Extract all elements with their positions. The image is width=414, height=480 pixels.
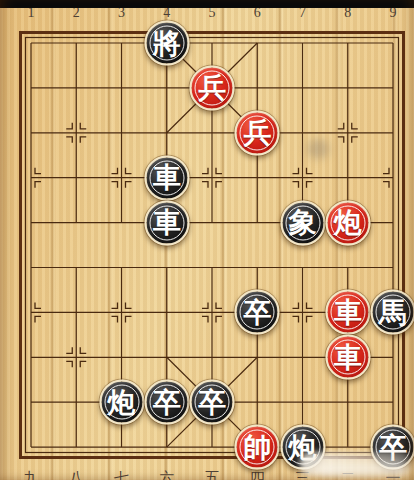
top-letterbox-bar: [0, 0, 414, 8]
file-label-bottom-4: 六: [159, 469, 174, 480]
piece-glyph: 車: [153, 209, 181, 237]
piece-black-soldier[interactable]: 卒: [190, 380, 235, 425]
piece-glyph: 車: [153, 164, 181, 192]
file-label-bottom-8: 二: [340, 469, 355, 480]
piece-red-chariot[interactable]: 車: [325, 335, 370, 380]
piece-glyph: 象: [289, 209, 317, 237]
piece-black-chariot[interactable]: 車: [144, 200, 189, 245]
file-label-bottom-9: 一: [386, 469, 401, 480]
piece-red-chariot[interactable]: 車: [325, 290, 370, 335]
piece-glyph: 兵: [243, 119, 271, 147]
piece-black-horse[interactable]: 馬: [371, 290, 414, 335]
file-label-bottom-3: 七: [114, 469, 129, 480]
piece-black-soldier[interactable]: 卒: [371, 425, 414, 470]
piece-glyph: 炮: [334, 209, 362, 237]
piece-glyph: 卒: [243, 298, 271, 326]
file-label-bottom-6: 四: [250, 469, 265, 480]
piece-glyph: 帥: [243, 433, 271, 461]
piece-black-cannon[interactable]: 炮: [280, 425, 325, 470]
piece-glyph: 炮: [108, 388, 136, 416]
piece-black-general[interactable]: 將: [144, 21, 189, 66]
piece-red-general[interactable]: 帥: [235, 425, 280, 470]
piece-red-soldier[interactable]: 兵: [190, 65, 235, 110]
piece-black-elephant[interactable]: 象: [280, 200, 325, 245]
file-label-bottom-1: 九: [24, 469, 39, 480]
piece-glyph: 將: [153, 29, 181, 57]
piece-black-chariot[interactable]: 車: [144, 155, 189, 200]
piece-black-cannon[interactable]: 炮: [99, 380, 144, 425]
piece-glyph: 卒: [153, 388, 181, 416]
file-label-bottom-7: 三: [295, 469, 310, 480]
piece-glyph: 車: [334, 298, 362, 326]
piece-glyph: 卒: [379, 433, 407, 461]
piece-glyph: 炮: [289, 433, 317, 461]
file-label-bottom-2: 八: [69, 469, 84, 480]
file-label-bottom-5: 五: [205, 469, 220, 480]
piece-glyph: 卒: [198, 388, 226, 416]
piece-red-cannon[interactable]: 炮: [325, 200, 370, 245]
piece-glyph: 車: [334, 343, 362, 371]
piece-red-soldier[interactable]: 兵: [235, 110, 280, 155]
piece-glyph: 兵: [198, 74, 226, 102]
piece-black-soldier[interactable]: 卒: [144, 380, 189, 425]
piece-glyph: 馬: [379, 298, 407, 326]
xiangqi-screenshot: 123456789 九八七六五四三二一 將兵兵車車象炮卒車馬車炮卒卒帥炮卒: [0, 0, 414, 480]
piece-black-soldier[interactable]: 卒: [235, 290, 280, 335]
